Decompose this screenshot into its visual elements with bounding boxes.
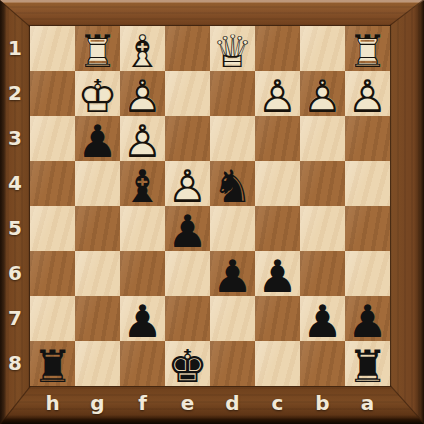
square-f4[interactable]: ♝ [120, 161, 165, 206]
white-king-icon: ♚ [75, 71, 120, 116]
white-king-outline-icon: ♔ [75, 71, 120, 116]
file-label-f: f [120, 389, 165, 417]
black-pawn-icon: ♟ [345, 296, 390, 341]
black-pawn-icon: ♟ [165, 206, 210, 251]
file-label-g: g [75, 389, 120, 417]
square-g4[interactable] [75, 161, 120, 206]
piece-black-pawn[interactable]: ♟ [210, 251, 255, 296]
piece-white-pawn[interactable]: ♟♙ [120, 116, 165, 161]
square-a1[interactable]: ♜♖ [345, 26, 390, 71]
piece-white-pawn[interactable]: ♟♙ [345, 71, 390, 116]
white-pawn-icon: ♟ [345, 71, 390, 116]
square-g5[interactable] [75, 206, 120, 251]
frame-right [390, 0, 424, 424]
chessboard-widget: ♜♖♝♗♛♕♜♖♚♔♟♙♟♙♟♙♟♙♟♟♙♝♟♙♞♟♟♟♟♟♟♜♚♜ 12345… [0, 0, 424, 424]
white-pawn-outline-icon: ♙ [120, 116, 165, 161]
square-g8[interactable] [75, 341, 120, 386]
piece-black-pawn[interactable]: ♟ [300, 296, 345, 341]
square-h1[interactable] [30, 26, 75, 71]
piece-white-rook[interactable]: ♜♖ [75, 26, 120, 71]
black-pawn-icon: ♟ [210, 251, 255, 296]
white-bishop-icon: ♝ [120, 26, 165, 71]
white-pawn-outline-icon: ♙ [255, 71, 300, 116]
white-pawn-icon: ♟ [165, 161, 210, 206]
white-pawn-outline-icon: ♙ [345, 71, 390, 116]
black-bishop-icon: ♝ [120, 161, 165, 206]
piece-black-pawn[interactable]: ♟ [165, 206, 210, 251]
black-pawn-icon: ♟ [300, 296, 345, 341]
square-h7[interactable] [30, 296, 75, 341]
rank-label-3: 3 [1, 116, 29, 161]
white-bishop-outline-icon: ♗ [120, 26, 165, 71]
square-e1[interactable] [165, 26, 210, 71]
square-g6[interactable] [75, 251, 120, 296]
black-pawn-icon: ♟ [75, 116, 120, 161]
square-a7[interactable]: ♟ [345, 296, 390, 341]
square-d6[interactable]: ♟ [210, 251, 255, 296]
piece-black-king[interactable]: ♚ [165, 341, 210, 386]
file-label-a: a [345, 389, 390, 417]
square-a6[interactable] [345, 251, 390, 296]
black-king-icon: ♚ [165, 341, 210, 386]
rank-label-8: 8 [1, 341, 29, 386]
piece-black-bishop[interactable]: ♝ [120, 161, 165, 206]
square-f1[interactable]: ♝♗ [120, 26, 165, 71]
black-rook-icon: ♜ [345, 341, 390, 386]
square-c5[interactable] [255, 206, 300, 251]
square-f6[interactable] [120, 251, 165, 296]
square-h2[interactable] [30, 71, 75, 116]
piece-black-rook[interactable]: ♜ [30, 341, 75, 386]
square-f5[interactable] [120, 206, 165, 251]
square-d5[interactable] [210, 206, 255, 251]
square-b3[interactable] [300, 116, 345, 161]
piece-white-bishop[interactable]: ♝♗ [120, 26, 165, 71]
white-pawn-icon: ♟ [255, 71, 300, 116]
square-b1[interactable] [300, 26, 345, 71]
black-rook-icon: ♜ [30, 341, 75, 386]
square-c1[interactable] [255, 26, 300, 71]
square-e2[interactable] [165, 71, 210, 116]
white-pawn-icon: ♟ [120, 116, 165, 161]
white-pawn-outline-icon: ♙ [300, 71, 345, 116]
square-c3[interactable] [255, 116, 300, 161]
square-g7[interactable] [75, 296, 120, 341]
file-label-h: h [30, 389, 75, 417]
square-c4[interactable] [255, 161, 300, 206]
square-a3[interactable] [345, 116, 390, 161]
black-pawn-icon: ♟ [120, 296, 165, 341]
file-label-b: b [300, 389, 345, 417]
rank-label-6: 6 [1, 251, 29, 296]
square-e3[interactable] [165, 116, 210, 161]
white-rook-outline-icon: ♖ [345, 26, 390, 71]
rank-label-1: 1 [1, 26, 29, 71]
square-f2[interactable]: ♟♙ [120, 71, 165, 116]
piece-white-pawn[interactable]: ♟♙ [255, 71, 300, 116]
file-label-d: d [210, 389, 255, 417]
square-g2[interactable]: ♚♔ [75, 71, 120, 116]
file-label-c: c [255, 389, 300, 417]
square-f8[interactable] [120, 341, 165, 386]
piece-white-king[interactable]: ♚♔ [75, 71, 120, 116]
square-c8[interactable] [255, 341, 300, 386]
board: ♜♖♝♗♛♕♜♖♚♔♟♙♟♙♟♙♟♙♟♟♙♝♟♙♞♟♟♟♟♟♟♜♚♜ [30, 26, 390, 386]
square-d8[interactable] [210, 341, 255, 386]
square-c2[interactable]: ♟♙ [255, 71, 300, 116]
square-e8[interactable]: ♚ [165, 341, 210, 386]
white-queen-icon: ♛ [210, 26, 255, 71]
rank-label-4: 4 [1, 161, 29, 206]
square-b2[interactable]: ♟♙ [300, 71, 345, 116]
piece-black-pawn[interactable]: ♟ [345, 296, 390, 341]
square-b7[interactable]: ♟ [300, 296, 345, 341]
black-pawn-icon: ♟ [255, 251, 300, 296]
square-h4[interactable] [30, 161, 75, 206]
square-e5[interactable]: ♟ [165, 206, 210, 251]
square-d1[interactable]: ♛♕ [210, 26, 255, 71]
square-g3[interactable]: ♟ [75, 116, 120, 161]
square-d3[interactable] [210, 116, 255, 161]
white-rook-icon: ♜ [345, 26, 390, 71]
rank-label-7: 7 [1, 296, 29, 341]
square-e4[interactable]: ♟♙ [165, 161, 210, 206]
square-a2[interactable]: ♟♙ [345, 71, 390, 116]
piece-black-pawn[interactable]: ♟ [120, 296, 165, 341]
square-d2[interactable] [210, 71, 255, 116]
piece-white-rook[interactable]: ♜♖ [345, 26, 390, 71]
piece-black-pawn[interactable]: ♟ [75, 116, 120, 161]
square-h8[interactable]: ♜ [30, 341, 75, 386]
square-a8[interactable]: ♜ [345, 341, 390, 386]
square-f7[interactable]: ♟ [120, 296, 165, 341]
piece-black-rook[interactable]: ♜ [345, 341, 390, 386]
piece-black-knight[interactable]: ♞ [210, 161, 255, 206]
square-d7[interactable] [210, 296, 255, 341]
white-queen-outline-icon: ♕ [210, 26, 255, 71]
piece-white-queen[interactable]: ♛♕ [210, 26, 255, 71]
white-rook-outline-icon: ♖ [75, 26, 120, 71]
piece-white-pawn[interactable]: ♟♙ [120, 71, 165, 116]
square-c7[interactable] [255, 296, 300, 341]
piece-white-pawn[interactable]: ♟♙ [300, 71, 345, 116]
rank-label-5: 5 [1, 206, 29, 251]
square-b5[interactable] [300, 206, 345, 251]
frame-top [0, 0, 424, 26]
square-f3[interactable]: ♟♙ [120, 116, 165, 161]
file-label-e: e [165, 389, 210, 417]
rank-label-2: 2 [1, 71, 29, 116]
square-g1[interactable]: ♜♖ [75, 26, 120, 71]
square-h3[interactable] [30, 116, 75, 161]
square-d4[interactable]: ♞ [210, 161, 255, 206]
piece-white-pawn[interactable]: ♟♙ [165, 161, 210, 206]
white-rook-icon: ♜ [75, 26, 120, 71]
square-e7[interactable] [165, 296, 210, 341]
white-pawn-outline-icon: ♙ [165, 161, 210, 206]
black-knight-icon: ♞ [210, 161, 255, 206]
square-a4[interactable] [345, 161, 390, 206]
square-h5[interactable] [30, 206, 75, 251]
white-pawn-outline-icon: ♙ [120, 71, 165, 116]
square-c6[interactable]: ♟ [255, 251, 300, 296]
square-b6[interactable] [300, 251, 345, 296]
square-b8[interactable] [300, 341, 345, 386]
square-h6[interactable] [30, 251, 75, 296]
white-pawn-icon: ♟ [300, 71, 345, 116]
square-a5[interactable] [345, 206, 390, 251]
square-e6[interactable] [165, 251, 210, 296]
white-pawn-icon: ♟ [120, 71, 165, 116]
square-b4[interactable] [300, 161, 345, 206]
piece-black-pawn[interactable]: ♟ [255, 251, 300, 296]
